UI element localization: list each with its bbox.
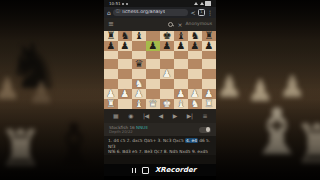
square-h7[interactable]: ♟ <box>202 41 216 51</box>
square-b4[interactable] <box>118 69 132 79</box>
hamburger-icon[interactable]: ≡ <box>108 21 114 28</box>
square-h1[interactable]: ♜ <box>202 99 216 109</box>
black-b-piece: ♝ <box>135 31 144 41</box>
square-g6[interactable] <box>188 51 202 59</box>
white-q-piece: ♛ <box>149 99 158 109</box>
white-r-piece: ♜ <box>107 99 116 109</box>
square-c5[interactable]: ♛ <box>132 59 146 69</box>
square-f1[interactable]: ♝ <box>174 99 188 109</box>
current-move[interactable]: 4. e4 <box>185 138 198 143</box>
signal-icon <box>194 2 198 5</box>
recorder-bar: XRecorder <box>104 164 216 176</box>
white-r-piece: ♜ <box>205 99 214 109</box>
recorder-brand: XRecorder <box>155 166 196 174</box>
square-d4[interactable] <box>146 69 160 79</box>
white-p-piece: ♟ <box>163 69 172 79</box>
square-c1[interactable]: ♝ <box>132 99 146 109</box>
status-time: 10:51 <box>109 1 121 6</box>
move-list: 1. d4 c5 2. dxc5 Qa5+ 3. Nc3 Qxc5 4. e4 … <box>104 136 216 155</box>
square-d3[interactable] <box>146 79 160 89</box>
square-e6[interactable] <box>160 51 174 59</box>
square-c7[interactable] <box>132 41 146 51</box>
pause-icon[interactable] <box>132 168 136 173</box>
square-d7[interactable]: ♟ <box>146 41 160 51</box>
square-e4[interactable]: ♟ <box>160 69 174 79</box>
url-text: lichess.org/analys <box>122 10 165 15</box>
first-move-button[interactable]: |◀ <box>143 113 149 119</box>
white-k-piece: ♚ <box>163 99 172 109</box>
square-e3[interactable] <box>160 79 174 89</box>
tab-switcher-button[interactable]: 1 <box>198 9 206 17</box>
square-a5[interactable] <box>104 59 118 69</box>
black-q-piece: ♛ <box>135 59 144 69</box>
board-menu-icon[interactable]: ▦ <box>113 113 118 119</box>
square-g4[interactable] <box>188 69 202 79</box>
chess-board: ♜♞♝♚♝♞♜♟♟♟♟♟♟♟♛♟♞♟♟♟♟♟♟♜♝♛♚♝♞♜ <box>104 31 216 109</box>
square-d1[interactable]: ♛ <box>146 99 160 109</box>
black-p-piece: ♟ <box>107 41 116 51</box>
square-g5[interactable] <box>188 59 202 69</box>
black-p-piece: ♟ <box>205 41 214 51</box>
toolbar-menu-icon[interactable]: ≡ <box>202 113 207 119</box>
square-b6[interactable] <box>118 51 132 59</box>
analysis-toolbar: ▦ ◉ |◀ ◀ ▶ ▶| ≡ <box>104 109 216 123</box>
square-f4[interactable] <box>174 69 188 79</box>
white-p-piece: ♟ <box>121 89 130 99</box>
black-p-piece: ♟ <box>163 41 172 51</box>
square-a1[interactable]: ♜ <box>104 99 118 109</box>
square-g1[interactable]: ♞ <box>188 99 202 109</box>
square-b5[interactable] <box>118 59 132 69</box>
white-n-piece: ♞ <box>191 99 200 109</box>
stop-icon[interactable] <box>142 167 149 174</box>
bottom-black-bar <box>104 176 216 180</box>
square-b1[interactable] <box>118 99 132 109</box>
notification-icon <box>126 3 128 5</box>
search-icon[interactable] <box>168 22 174 28</box>
square-f7[interactable]: ♟ <box>174 41 188 51</box>
cycle-icon[interactable]: ◉ <box>128 113 133 119</box>
square-b2[interactable]: ♟ <box>118 89 132 99</box>
wifi-icon <box>200 2 204 5</box>
black-p-piece: ♟ <box>121 41 130 51</box>
square-h4[interactable] <box>202 69 216 79</box>
home-icon[interactable]: ⌂ <box>107 10 111 16</box>
square-f5[interactable] <box>174 59 188 69</box>
engine-toggle[interactable] <box>199 127 211 133</box>
black-p-piece: ♟ <box>177 41 186 51</box>
engine-depth: Depth 20/22 <box>109 130 148 134</box>
square-e7[interactable]: ♟ <box>160 41 174 51</box>
square-e1[interactable]: ♚ <box>160 99 174 109</box>
last-move-button[interactable]: ▶| <box>187 113 193 119</box>
status-bar: 10:51 <box>104 0 216 7</box>
white-b-piece: ♝ <box>135 99 144 109</box>
username[interactable]: Anonymous <box>185 22 212 27</box>
engine-panel: Stockfish 16 NNUE Depth 20/22 <box>104 123 216 136</box>
square-d5[interactable] <box>146 59 160 69</box>
square-h5[interactable] <box>202 59 216 69</box>
square-a6[interactable] <box>104 51 118 59</box>
site-info-icon[interactable]: ⓘ <box>116 10 121 15</box>
share-icon[interactable]: < <box>190 10 195 16</box>
moves-before[interactable]: 1. d4 c5 2. dxc5 Qa5+ 3. Nc3 Qxc5 <box>108 138 184 143</box>
square-h6[interactable] <box>202 51 216 59</box>
url-bar[interactable]: ⓘ lichess.org/analys <box>113 9 189 17</box>
square-a7[interactable]: ♟ <box>104 41 118 51</box>
moves-line2[interactable]: Nf6 6. Bd3 e5 7. Be3 Qc7 8. Nd5 Nxd5 9. … <box>108 149 208 154</box>
page-background <box>104 155 216 164</box>
browser-menu-icon[interactable]: ⋮ <box>207 10 213 16</box>
square-f6[interactable] <box>174 51 188 59</box>
square-d6[interactable] <box>146 51 160 59</box>
phone-screen: 10:51 ⌂ ⓘ lichess.org/analys < 1 ⋮ ≡ × A… <box>104 0 216 180</box>
close-icon[interactable]: × <box>177 22 182 28</box>
square-a4[interactable] <box>104 69 118 79</box>
next-move-button[interactable]: ▶ <box>173 113 177 119</box>
browser-address-bar: ⌂ ⓘ lichess.org/analys < 1 ⋮ <box>104 7 216 18</box>
black-p-piece: ♟ <box>149 41 158 51</box>
notification-icon <box>122 3 124 5</box>
prev-move-button[interactable]: ◀ <box>159 113 163 119</box>
square-b7[interactable]: ♟ <box>118 41 132 51</box>
toggle-knob <box>206 127 211 132</box>
engine-badge: NNUE <box>136 125 148 130</box>
square-g7[interactable]: ♟ <box>188 41 202 51</box>
white-b-piece: ♝ <box>177 99 186 109</box>
black-p-piece: ♟ <box>191 41 200 51</box>
square-c8[interactable]: ♝ <box>132 31 146 41</box>
battery-icon <box>205 1 211 6</box>
